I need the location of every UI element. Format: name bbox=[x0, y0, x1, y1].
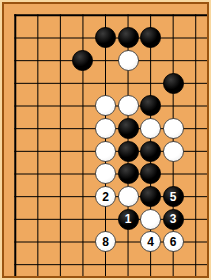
intersection bbox=[72, 95, 95, 118]
intersection bbox=[139, 72, 162, 95]
intersection bbox=[184, 185, 207, 208]
intersection bbox=[162, 49, 185, 72]
intersection bbox=[4, 117, 27, 140]
intersection bbox=[4, 185, 27, 208]
intersection bbox=[4, 163, 27, 186]
intersection bbox=[27, 49, 50, 72]
move-number: 5 bbox=[170, 191, 177, 203]
intersection bbox=[4, 4, 27, 27]
move-number: 2 bbox=[102, 191, 109, 203]
intersection bbox=[49, 95, 72, 118]
intersection bbox=[94, 95, 117, 118]
intersection bbox=[94, 140, 117, 163]
intersection bbox=[72, 140, 95, 163]
intersection: 4 bbox=[139, 231, 162, 254]
intersection bbox=[184, 95, 207, 118]
black-stone bbox=[95, 27, 116, 48]
intersection bbox=[49, 72, 72, 95]
intersection bbox=[49, 163, 72, 186]
intersection bbox=[139, 140, 162, 163]
intersection bbox=[49, 49, 72, 72]
intersection bbox=[27, 231, 50, 254]
intersection bbox=[162, 95, 185, 118]
intersection bbox=[94, 208, 117, 231]
intersection bbox=[49, 185, 72, 208]
white-stone bbox=[95, 95, 116, 116]
intersection bbox=[117, 117, 140, 140]
move-number: 1 bbox=[125, 213, 132, 225]
intersection bbox=[139, 208, 162, 231]
intersection bbox=[49, 140, 72, 163]
intersection bbox=[4, 140, 27, 163]
intersection bbox=[72, 185, 95, 208]
intersection bbox=[139, 49, 162, 72]
intersection bbox=[27, 4, 50, 27]
intersection bbox=[4, 49, 27, 72]
intersection: 3 bbox=[162, 208, 185, 231]
white-stone bbox=[95, 141, 116, 162]
intersection bbox=[184, 231, 207, 254]
intersection bbox=[4, 208, 27, 231]
intersection: 8 bbox=[94, 231, 117, 254]
intersection bbox=[139, 185, 162, 208]
white-stone bbox=[140, 118, 161, 139]
intersection bbox=[117, 163, 140, 186]
intersection bbox=[94, 163, 117, 186]
intersection bbox=[184, 72, 207, 95]
white-stone bbox=[118, 95, 139, 116]
goban: 2513846 bbox=[4, 4, 207, 276]
black-stone bbox=[140, 163, 161, 184]
intersection bbox=[72, 72, 95, 95]
black-stone bbox=[118, 163, 139, 184]
intersection bbox=[94, 117, 117, 140]
white-stone bbox=[95, 163, 116, 184]
white-stone: 4 bbox=[140, 231, 161, 252]
intersection bbox=[139, 163, 162, 186]
intersection bbox=[27, 72, 50, 95]
intersection: 1 bbox=[117, 208, 140, 231]
intersection bbox=[94, 27, 117, 50]
intersection: 6 bbox=[162, 231, 185, 254]
black-stone bbox=[163, 73, 184, 94]
black-stone bbox=[72, 50, 93, 71]
intersection bbox=[94, 72, 117, 95]
white-stone bbox=[95, 118, 116, 139]
intersection bbox=[117, 72, 140, 95]
intersection bbox=[162, 72, 185, 95]
intersection bbox=[72, 27, 95, 50]
white-stone bbox=[163, 141, 184, 162]
intersection bbox=[162, 163, 185, 186]
black-stone bbox=[140, 186, 161, 207]
intersection bbox=[49, 208, 72, 231]
black-stone bbox=[140, 95, 161, 116]
white-stone bbox=[163, 118, 184, 139]
intersection bbox=[4, 95, 27, 118]
move-number: 4 bbox=[147, 236, 154, 248]
white-stone: 6 bbox=[163, 231, 184, 252]
intersection bbox=[139, 27, 162, 50]
intersection bbox=[117, 185, 140, 208]
intersection bbox=[27, 140, 50, 163]
white-stone bbox=[140, 209, 161, 230]
move-number: 8 bbox=[102, 236, 109, 248]
intersection bbox=[117, 4, 140, 27]
intersection bbox=[184, 140, 207, 163]
intersection bbox=[117, 95, 140, 118]
intersection bbox=[139, 95, 162, 118]
intersection bbox=[184, 117, 207, 140]
intersection bbox=[184, 163, 207, 186]
intersection bbox=[72, 253, 95, 276]
intersection: 5 bbox=[162, 185, 185, 208]
go-diagram: 2513846 bbox=[0, 0, 211, 280]
intersection bbox=[94, 253, 117, 276]
intersection bbox=[184, 4, 207, 27]
intersection bbox=[117, 27, 140, 50]
intersection bbox=[27, 95, 50, 118]
intersection bbox=[139, 4, 162, 27]
intersection bbox=[72, 231, 95, 254]
intersection bbox=[94, 4, 117, 27]
black-stone bbox=[140, 27, 161, 48]
intersection bbox=[4, 72, 27, 95]
intersection bbox=[184, 253, 207, 276]
intersection: 2 bbox=[94, 185, 117, 208]
intersection bbox=[27, 117, 50, 140]
white-stone bbox=[118, 50, 139, 71]
black-stone bbox=[118, 141, 139, 162]
intersection bbox=[184, 208, 207, 231]
intersection bbox=[27, 185, 50, 208]
intersection bbox=[117, 140, 140, 163]
black-stone: 1 bbox=[118, 209, 139, 230]
intersection bbox=[117, 49, 140, 72]
white-stone bbox=[118, 186, 139, 207]
intersection bbox=[72, 208, 95, 231]
intersection bbox=[72, 163, 95, 186]
intersection bbox=[162, 117, 185, 140]
intersection bbox=[184, 27, 207, 50]
intersection bbox=[27, 253, 50, 276]
move-number: 3 bbox=[170, 213, 177, 225]
intersection bbox=[27, 208, 50, 231]
intersection bbox=[139, 253, 162, 276]
white-stone: 8 bbox=[95, 231, 116, 252]
move-number: 6 bbox=[170, 236, 177, 248]
intersection-grid: 2513846 bbox=[4, 4, 207, 276]
intersection bbox=[162, 140, 185, 163]
intersection bbox=[49, 117, 72, 140]
intersection bbox=[49, 231, 72, 254]
intersection bbox=[49, 27, 72, 50]
intersection bbox=[94, 49, 117, 72]
white-stone: 2 bbox=[95, 186, 116, 207]
intersection bbox=[162, 4, 185, 27]
intersection bbox=[49, 4, 72, 27]
intersection bbox=[117, 231, 140, 254]
intersection bbox=[27, 27, 50, 50]
black-stone bbox=[118, 118, 139, 139]
black-stone: 5 bbox=[163, 186, 184, 207]
intersection bbox=[162, 253, 185, 276]
intersection bbox=[184, 49, 207, 72]
intersection bbox=[72, 117, 95, 140]
intersection bbox=[117, 253, 140, 276]
intersection bbox=[4, 253, 27, 276]
intersection bbox=[72, 4, 95, 27]
intersection bbox=[4, 231, 27, 254]
intersection bbox=[139, 117, 162, 140]
intersection bbox=[4, 27, 27, 50]
black-stone bbox=[118, 27, 139, 48]
intersection bbox=[49, 253, 72, 276]
intersection bbox=[162, 27, 185, 50]
intersection bbox=[72, 49, 95, 72]
black-stone: 3 bbox=[163, 209, 184, 230]
black-stone bbox=[140, 141, 161, 162]
intersection bbox=[27, 163, 50, 186]
